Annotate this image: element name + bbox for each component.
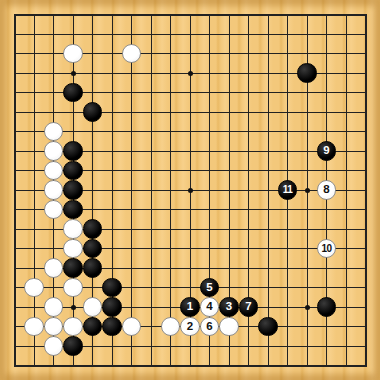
black-stone — [63, 336, 83, 356]
white-stone-move-2: 2 — [180, 317, 200, 337]
star-point — [188, 71, 193, 76]
black-stone — [83, 317, 103, 337]
black-stone-move-7: 7 — [239, 297, 259, 317]
black-stone — [83, 258, 103, 278]
white-stone-move-6: 6 — [200, 317, 220, 337]
black-stone-move-3: 3 — [219, 297, 239, 317]
black-stone — [297, 63, 317, 83]
move-number: 10 — [321, 244, 331, 254]
black-stone — [63, 258, 83, 278]
white-stone — [63, 219, 83, 239]
black-stone — [102, 297, 122, 317]
white-stone-move-8: 8 — [317, 180, 337, 200]
black-stone — [63, 180, 83, 200]
black-stone — [63, 200, 83, 220]
white-stone — [44, 161, 64, 181]
black-stone — [83, 239, 103, 259]
white-stone — [44, 200, 64, 220]
white-stone — [44, 180, 64, 200]
black-stone-move-5: 5 — [200, 278, 220, 298]
grid-line-vertical — [365, 14, 367, 367]
black-stone-move-9: 9 — [317, 141, 337, 161]
white-stone — [219, 317, 239, 337]
white-stone — [44, 141, 64, 161]
move-number: 6 — [206, 321, 212, 333]
move-number: 7 — [245, 301, 251, 313]
black-stone-move-11: 11 — [278, 180, 298, 200]
white-stone-move-4: 4 — [200, 297, 220, 317]
star-point — [305, 188, 310, 193]
move-number: 1 — [187, 301, 193, 313]
white-stone — [83, 297, 103, 317]
grid-line-vertical — [268, 14, 269, 367]
go-board[interactable]: 9118105143726 — [0, 0, 380, 380]
move-number: 3 — [226, 301, 232, 313]
move-number: 2 — [187, 321, 193, 333]
white-stone — [44, 297, 64, 317]
white-stone — [44, 258, 64, 278]
star-point — [71, 71, 76, 76]
white-stone — [161, 317, 181, 337]
white-stone — [63, 317, 83, 337]
move-number: 8 — [323, 184, 329, 196]
grid-line-horizontal — [14, 365, 367, 367]
black-stone — [83, 102, 103, 122]
white-stone — [44, 336, 64, 356]
white-stone — [24, 278, 44, 298]
move-number: 9 — [323, 145, 329, 157]
white-stone — [24, 317, 44, 337]
white-stone-move-10: 10 — [317, 239, 337, 259]
white-stone — [122, 44, 142, 64]
white-stone — [44, 317, 64, 337]
white-stone — [44, 122, 64, 142]
star-point — [188, 188, 193, 193]
black-stone — [102, 317, 122, 337]
black-stone — [317, 297, 337, 317]
white-stone — [63, 239, 83, 259]
white-stone — [63, 44, 83, 64]
move-number: 5 — [206, 282, 212, 294]
black-stone — [102, 278, 122, 298]
black-stone — [63, 141, 83, 161]
move-number: 4 — [206, 301, 212, 313]
black-stone — [83, 219, 103, 239]
black-stone — [258, 317, 278, 337]
star-point — [305, 305, 310, 310]
move-number: 11 — [283, 185, 293, 195]
black-stone — [63, 161, 83, 181]
black-stone — [63, 83, 83, 103]
star-point — [71, 305, 76, 310]
white-stone — [63, 278, 83, 298]
grid-line-vertical — [346, 14, 347, 367]
black-stone-move-1: 1 — [180, 297, 200, 317]
white-stone — [122, 317, 142, 337]
